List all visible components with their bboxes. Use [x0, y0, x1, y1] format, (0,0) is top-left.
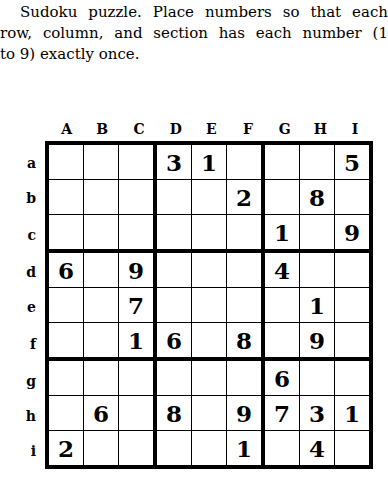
cell-Ee[interactable] — [192, 288, 227, 323]
cell-Ei[interactable] — [192, 431, 227, 465]
cell-Ii[interactable] — [335, 431, 369, 465]
cell-Hb: 8 — [300, 180, 335, 215]
row-label-i: i — [0, 434, 45, 468]
row-label-f: f — [0, 325, 45, 363]
sudoku-board: 31528196947116896689731214 — [45, 141, 373, 469]
cell-Eb[interactable] — [192, 180, 227, 215]
cell-Cc[interactable] — [119, 215, 157, 253]
cell-Eg[interactable] — [192, 361, 227, 396]
cell-Ce: 7 — [119, 288, 157, 323]
cell-Hc[interactable] — [300, 215, 335, 253]
cell-Ae[interactable] — [49, 288, 84, 323]
cell-Ga[interactable] — [265, 145, 300, 180]
cell-Gf[interactable] — [265, 323, 300, 361]
row-label-c: c — [0, 216, 45, 254]
cell-Bc[interactable] — [84, 215, 119, 253]
cell-Be[interactable] — [84, 288, 119, 323]
cell-Df: 6 — [157, 323, 192, 361]
cell-Ha[interactable] — [300, 145, 335, 180]
cell-Gc: 1 — [265, 215, 300, 253]
cell-Bh: 6 — [84, 396, 119, 431]
column-label-G: G — [267, 121, 303, 137]
cell-Ih: 1 — [335, 396, 369, 431]
cell-Fc[interactable] — [227, 215, 265, 253]
cell-Ba[interactable] — [84, 145, 119, 180]
cell-Eh[interactable] — [192, 396, 227, 431]
cell-Gd: 4 — [265, 253, 300, 288]
cell-Hg[interactable] — [300, 361, 335, 396]
cell-Ad: 6 — [49, 253, 84, 288]
cell-Ci[interactable] — [119, 431, 157, 465]
cell-Ie[interactable] — [335, 288, 369, 323]
instructions-line-2: row, column, and section has each number… — [0, 23, 388, 44]
cell-Fg[interactable] — [227, 361, 265, 396]
cell-Ca[interactable] — [119, 145, 157, 180]
cell-Ge[interactable] — [265, 288, 300, 323]
cell-Ef[interactable] — [192, 323, 227, 361]
cell-Ib[interactable] — [335, 180, 369, 215]
sudoku-page: Sudoku puzzle. Place numbers so that eac… — [0, 0, 388, 469]
column-label-C: C — [120, 121, 158, 137]
cell-Bf[interactable] — [84, 323, 119, 361]
cell-Gh: 7 — [265, 396, 300, 431]
cell-Fd[interactable] — [227, 253, 265, 288]
column-label-B: B — [85, 121, 121, 137]
row-labels: abcdefghi — [0, 141, 45, 469]
cell-Aa[interactable] — [49, 145, 84, 180]
cell-Db[interactable] — [157, 180, 192, 215]
row-label-d: d — [0, 254, 45, 290]
row-label-b: b — [0, 181, 45, 217]
cell-Fb: 2 — [227, 180, 265, 215]
cell-Dh: 8 — [157, 396, 192, 431]
cell-Ed[interactable] — [192, 253, 227, 288]
cell-Dd[interactable] — [157, 253, 192, 288]
cell-Cd: 9 — [119, 253, 157, 288]
cell-Ab[interactable] — [49, 180, 84, 215]
row-label-h: h — [0, 399, 45, 435]
cell-If[interactable] — [335, 323, 369, 361]
cell-Bi[interactable] — [84, 431, 119, 465]
row-label-e: e — [0, 290, 45, 326]
cell-Hd[interactable] — [300, 253, 335, 288]
cell-Ic: 9 — [335, 215, 369, 253]
row-label-g: g — [0, 363, 45, 399]
cell-Cf: 1 — [119, 323, 157, 361]
cell-Fe[interactable] — [227, 288, 265, 323]
sudoku-puzzle: ABCDEFGHI abcdefghi 31528196947116896689… — [0, 121, 388, 469]
cell-Di[interactable] — [157, 431, 192, 465]
cell-Id[interactable] — [335, 253, 369, 288]
cell-Ia: 5 — [335, 145, 369, 180]
cell-He: 1 — [300, 288, 335, 323]
cell-Gb[interactable] — [265, 180, 300, 215]
cell-Hi: 4 — [300, 431, 335, 465]
cell-Ag[interactable] — [49, 361, 84, 396]
cell-Fh: 9 — [227, 396, 265, 431]
cell-Fa[interactable] — [227, 145, 265, 180]
instructions-line-1: Sudoku puzzle. Place numbers so that eac… — [0, 2, 388, 23]
cell-Ac[interactable] — [49, 215, 84, 253]
cell-Bb[interactable] — [84, 180, 119, 215]
cell-Ec[interactable] — [192, 215, 227, 253]
cell-Hh: 3 — [300, 396, 335, 431]
cell-Ea: 1 — [192, 145, 227, 180]
cell-Ah[interactable] — [49, 396, 84, 431]
column-label-F: F — [229, 121, 267, 137]
column-label-D: D — [158, 121, 194, 137]
cell-Dc[interactable] — [157, 215, 192, 253]
cell-Gi[interactable] — [265, 431, 300, 465]
column-labels: ABCDEFGHI — [49, 121, 388, 137]
instructions: Sudoku puzzle. Place numbers so that eac… — [0, 2, 388, 65]
instructions-line-3: to 9) exactly once. — [0, 44, 388, 65]
cell-Dg[interactable] — [157, 361, 192, 396]
column-label-H: H — [303, 121, 339, 137]
column-label-A: A — [49, 121, 85, 137]
column-label-E: E — [194, 121, 230, 137]
cell-Cg[interactable] — [119, 361, 157, 396]
cell-Ig[interactable] — [335, 361, 369, 396]
cell-Fi: 1 — [227, 431, 265, 465]
cell-De[interactable] — [157, 288, 192, 323]
cell-Ff: 8 — [227, 323, 265, 361]
cell-Ai: 2 — [49, 431, 84, 465]
row-label-a: a — [0, 145, 45, 181]
cell-Ch[interactable] — [119, 396, 157, 431]
cell-Cb[interactable] — [119, 180, 157, 215]
cell-Hf: 9 — [300, 323, 335, 361]
column-label-I: I — [338, 121, 372, 137]
cell-Gg: 6 — [265, 361, 300, 396]
cell-Bg[interactable] — [84, 361, 119, 396]
cell-Af[interactable] — [49, 323, 84, 361]
cell-Da: 3 — [157, 145, 192, 180]
cell-Bd[interactable] — [84, 253, 119, 288]
